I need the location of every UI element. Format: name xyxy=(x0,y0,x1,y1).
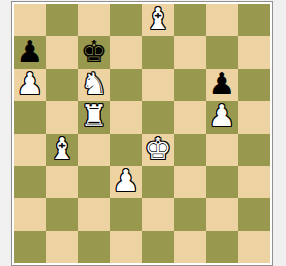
white-rook[interactable]: ♜ xyxy=(81,101,108,131)
square-h8[interactable] xyxy=(238,4,270,36)
square-c6[interactable]: ♞ xyxy=(78,69,110,101)
square-b5[interactable] xyxy=(46,101,78,133)
square-e2[interactable] xyxy=(142,198,174,230)
square-c5[interactable]: ♜ xyxy=(78,101,110,133)
square-g7[interactable] xyxy=(206,36,238,68)
square-h1[interactable] xyxy=(238,231,270,263)
square-a7[interactable]: ♟ xyxy=(14,36,46,68)
square-d2[interactable] xyxy=(110,198,142,230)
board-frame: ♝ ♟ ♚ ♟ ♞ ♟ ♜ xyxy=(11,1,273,266)
square-e3[interactable] xyxy=(142,166,174,198)
white-bishop[interactable]: ♝ xyxy=(145,4,172,34)
white-bishop[interactable]: ♝ xyxy=(49,134,76,164)
square-f1[interactable] xyxy=(174,231,206,263)
square-h6[interactable] xyxy=(238,69,270,101)
square-f5[interactable] xyxy=(174,101,206,133)
white-knight[interactable]: ♞ xyxy=(81,69,108,99)
square-e8[interactable]: ♝ xyxy=(142,4,174,36)
square-h7[interactable] xyxy=(238,36,270,68)
square-f6[interactable] xyxy=(174,69,206,101)
square-f4[interactable] xyxy=(174,134,206,166)
square-c3[interactable] xyxy=(78,166,110,198)
square-g2[interactable] xyxy=(206,198,238,230)
square-c7[interactable]: ♚ xyxy=(78,36,110,68)
square-c2[interactable] xyxy=(78,198,110,230)
square-c8[interactable] xyxy=(78,4,110,36)
square-e4[interactable]: ♚ xyxy=(142,134,174,166)
square-g5[interactable]: ♟ xyxy=(206,101,238,133)
square-h3[interactable] xyxy=(238,166,270,198)
square-h5[interactable] xyxy=(238,101,270,133)
square-a3[interactable] xyxy=(14,166,46,198)
chess-board: ♝ ♟ ♚ ♟ ♞ ♟ ♜ xyxy=(14,4,270,263)
square-c4[interactable] xyxy=(78,134,110,166)
square-a4[interactable] xyxy=(14,134,46,166)
black-king[interactable]: ♚ xyxy=(81,37,108,67)
square-a8[interactable] xyxy=(14,4,46,36)
black-pawn[interactable]: ♟ xyxy=(17,37,44,67)
square-h2[interactable] xyxy=(238,198,270,230)
square-a6[interactable]: ♟ xyxy=(14,69,46,101)
white-king[interactable]: ♚ xyxy=(145,134,172,164)
square-f7[interactable] xyxy=(174,36,206,68)
square-b8[interactable] xyxy=(46,4,78,36)
square-a5[interactable] xyxy=(14,101,46,133)
square-d3[interactable]: ♟ xyxy=(110,166,142,198)
square-g4[interactable] xyxy=(206,134,238,166)
square-b3[interactable] xyxy=(46,166,78,198)
square-b1[interactable] xyxy=(46,231,78,263)
square-a1[interactable] xyxy=(14,231,46,263)
square-e5[interactable] xyxy=(142,101,174,133)
square-a2[interactable] xyxy=(14,198,46,230)
square-b4[interactable]: ♝ xyxy=(46,134,78,166)
square-d6[interactable] xyxy=(110,69,142,101)
black-pawn[interactable]: ♟ xyxy=(209,69,236,99)
square-b7[interactable] xyxy=(46,36,78,68)
square-b2[interactable] xyxy=(46,198,78,230)
square-d5[interactable] xyxy=(110,101,142,133)
square-d1[interactable] xyxy=(110,231,142,263)
square-e7[interactable] xyxy=(142,36,174,68)
square-c1[interactable] xyxy=(78,231,110,263)
square-h4[interactable] xyxy=(238,134,270,166)
square-g6[interactable]: ♟ xyxy=(206,69,238,101)
square-f2[interactable] xyxy=(174,198,206,230)
square-b6[interactable] xyxy=(46,69,78,101)
square-e1[interactable] xyxy=(142,231,174,263)
square-d4[interactable] xyxy=(110,134,142,166)
square-g8[interactable] xyxy=(206,4,238,36)
square-f3[interactable] xyxy=(174,166,206,198)
square-f8[interactable] xyxy=(174,4,206,36)
square-g3[interactable] xyxy=(206,166,238,198)
white-pawn[interactable]: ♟ xyxy=(209,101,236,131)
square-d8[interactable] xyxy=(110,4,142,36)
square-g1[interactable] xyxy=(206,231,238,263)
square-d7[interactable] xyxy=(110,36,142,68)
white-pawn[interactable]: ♟ xyxy=(17,69,44,99)
board-frame-inner: ♝ ♟ ♚ ♟ ♞ ♟ ♜ xyxy=(12,2,272,265)
white-pawn[interactable]: ♟ xyxy=(113,166,140,196)
square-e6[interactable] xyxy=(142,69,174,101)
